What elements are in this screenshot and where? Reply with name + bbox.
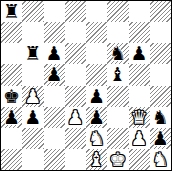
- square-f8[interactable]: [107, 1, 128, 22]
- square-a4[interactable]: ♚: [1, 86, 22, 107]
- square-c6[interactable]: ♟: [44, 43, 65, 64]
- square-c1[interactable]: [44, 149, 65, 170]
- square-e5[interactable]: [86, 64, 107, 85]
- square-a1[interactable]: [1, 149, 22, 170]
- square-f6[interactable]: ♞: [107, 43, 128, 64]
- piece-white-pawn: ♟: [67, 108, 84, 127]
- piece-black-rook: ♜: [3, 2, 20, 21]
- square-a2[interactable]: [1, 128, 22, 149]
- piece-white-pawn: ♟: [24, 87, 41, 106]
- square-b8[interactable]: [22, 1, 43, 22]
- square-c3[interactable]: [44, 107, 65, 128]
- square-f3[interactable]: [107, 107, 128, 128]
- square-f5[interactable]: ♝: [107, 64, 128, 85]
- square-a3[interactable]: ♟: [1, 107, 22, 128]
- piece-black-pawn: ♟: [46, 44, 63, 63]
- square-g2[interactable]: ♟: [129, 128, 150, 149]
- piece-black-pawn: ♟: [88, 87, 105, 106]
- square-e8[interactable]: [86, 1, 107, 22]
- square-d2[interactable]: [65, 128, 86, 149]
- square-e1[interactable]: ♝: [86, 149, 107, 170]
- square-g1[interactable]: [129, 149, 150, 170]
- square-e7[interactable]: [86, 22, 107, 43]
- square-f7[interactable]: [107, 22, 128, 43]
- square-f4[interactable]: [107, 86, 128, 107]
- piece-white-pawn: ♟: [131, 129, 148, 148]
- square-g6[interactable]: ♟: [129, 43, 150, 64]
- square-c8[interactable]: [44, 1, 65, 22]
- square-h6[interactable]: [150, 43, 171, 64]
- square-d3[interactable]: ♟: [65, 107, 86, 128]
- square-h8[interactable]: [150, 1, 171, 22]
- square-b6[interactable]: ♜: [22, 43, 43, 64]
- piece-white-knight: ♞: [152, 150, 169, 169]
- square-d1[interactable]: [65, 149, 86, 170]
- square-c7[interactable]: [44, 22, 65, 43]
- piece-white-knight: ♞: [88, 129, 105, 148]
- piece-black-rook: ♜: [24, 44, 41, 63]
- square-g8[interactable]: [129, 1, 150, 22]
- piece-black-knight: ♞: [152, 108, 169, 127]
- square-e2[interactable]: ♞: [86, 128, 107, 149]
- square-h1[interactable]: ♞: [150, 149, 171, 170]
- piece-black-pawn: ♟: [88, 108, 105, 127]
- square-a6[interactable]: [1, 43, 22, 64]
- square-b1[interactable]: [22, 149, 43, 170]
- piece-black-pawn: ♟: [24, 108, 41, 127]
- piece-black-pawn: ♟: [3, 108, 20, 127]
- piece-white-bishop: ♝: [88, 150, 105, 169]
- piece-white-queen: ♛: [131, 108, 148, 127]
- square-d5[interactable]: [65, 64, 86, 85]
- square-e6[interactable]: [86, 43, 107, 64]
- square-d7[interactable]: [65, 22, 86, 43]
- square-c5[interactable]: ♟: [44, 64, 65, 85]
- piece-white-king: ♚: [109, 150, 126, 169]
- square-f1[interactable]: ♚: [107, 149, 128, 170]
- square-c4[interactable]: [44, 86, 65, 107]
- square-b4[interactable]: ♟: [22, 86, 43, 107]
- piece-black-knight: ♞: [109, 44, 126, 63]
- chess-board: ♜♜♟♞♟♟♝♚♟♟♟♟♟♟♛♞♞♟♟♝♚♞: [0, 0, 172, 171]
- square-d8[interactable]: [65, 1, 86, 22]
- square-c2[interactable]: [44, 128, 65, 149]
- square-d6[interactable]: [65, 43, 86, 64]
- chess-diagram: ♜♜♟♞♟♟♝♚♟♟♟♟♟♟♛♞♞♟♟♝♚♞: [0, 0, 172, 171]
- square-g5[interactable]: [129, 64, 150, 85]
- piece-black-king: ♚: [3, 87, 20, 106]
- square-g7[interactable]: [129, 22, 150, 43]
- square-h2[interactable]: ♟: [150, 128, 171, 149]
- square-d4[interactable]: [65, 86, 86, 107]
- square-h7[interactable]: [150, 22, 171, 43]
- square-a7[interactable]: [1, 22, 22, 43]
- square-g3[interactable]: ♛: [129, 107, 150, 128]
- square-h3[interactable]: ♞: [150, 107, 171, 128]
- piece-black-pawn: ♟: [152, 129, 169, 148]
- square-f2[interactable]: [107, 128, 128, 149]
- piece-black-bishop: ♝: [109, 65, 126, 84]
- square-b2[interactable]: [22, 128, 43, 149]
- square-a5[interactable]: [1, 64, 22, 85]
- square-b5[interactable]: [22, 64, 43, 85]
- square-e4[interactable]: ♟: [86, 86, 107, 107]
- square-h4[interactable]: [150, 86, 171, 107]
- square-b7[interactable]: [22, 22, 43, 43]
- square-h5[interactable]: [150, 64, 171, 85]
- piece-black-pawn: ♟: [46, 65, 63, 84]
- square-e3[interactable]: ♟: [86, 107, 107, 128]
- square-b3[interactable]: ♟: [22, 107, 43, 128]
- square-a8[interactable]: ♜: [1, 1, 22, 22]
- square-g4[interactable]: [129, 86, 150, 107]
- piece-black-pawn: ♟: [131, 44, 148, 63]
